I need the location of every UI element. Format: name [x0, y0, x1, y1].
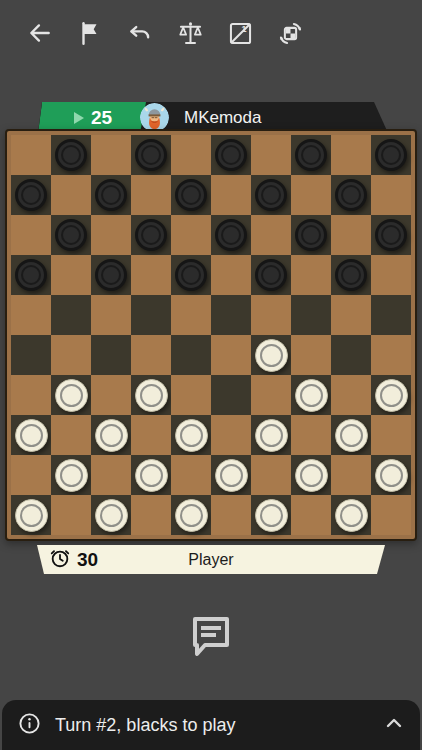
square-13[interactable]: [211, 215, 251, 255]
black-piece[interactable]: [135, 219, 167, 251]
square-38[interactable]: [171, 415, 211, 455]
white-piece[interactable]: [15, 419, 48, 452]
square-19[interactable]: [251, 255, 291, 295]
square-light-r5c9: [331, 295, 371, 335]
square-light-r4c2: [51, 255, 91, 295]
square-6[interactable]: [11, 175, 51, 215]
square-light-r1c3: [91, 135, 131, 175]
square-43[interactable]: [211, 455, 251, 495]
square-light-r2c8: [291, 175, 331, 215]
square-39[interactable]: [251, 415, 291, 455]
white-piece[interactable]: [255, 499, 288, 532]
square-32[interactable]: [131, 375, 171, 415]
square-light-r8c10: [371, 415, 411, 455]
numbers-off-icon: 1: [227, 20, 254, 47]
black-piece[interactable]: [375, 219, 407, 251]
square-1[interactable]: [51, 135, 91, 175]
square-17[interactable]: [91, 255, 131, 295]
square-light-r1c5: [171, 135, 211, 175]
square-light-r2c4: [131, 175, 171, 215]
white-piece[interactable]: [15, 499, 48, 532]
black-piece[interactable]: [135, 139, 167, 171]
white-piece[interactable]: [135, 459, 168, 492]
square-42[interactable]: [131, 455, 171, 495]
square-light-r6c2: [51, 335, 91, 375]
square-23[interactable]: [211, 295, 251, 335]
square-21[interactable]: [51, 295, 91, 335]
black-piece[interactable]: [55, 219, 87, 251]
square-29[interactable]: [251, 335, 291, 375]
opponent-name: MKemoda: [184, 108, 261, 128]
white-piece[interactable]: [95, 499, 128, 532]
square-light-r6c4: [131, 335, 171, 375]
white-piece[interactable]: [295, 379, 328, 412]
white-piece[interactable]: [55, 379, 88, 412]
black-piece[interactable]: [15, 259, 47, 291]
square-light-r1c1: [11, 135, 51, 175]
white-piece[interactable]: [255, 339, 288, 372]
flag-icon: [77, 20, 103, 46]
undo-icon: [127, 20, 153, 46]
square-light-r3c9: [331, 215, 371, 255]
back-button[interactable]: [20, 13, 60, 53]
rotate-board-icon: [277, 20, 304, 47]
square-22[interactable]: [131, 295, 171, 335]
square-light-r9c1: [11, 455, 51, 495]
square-light-r7c3: [91, 375, 131, 415]
black-piece[interactable]: [215, 219, 247, 251]
square-light-r2c10: [371, 175, 411, 215]
black-piece[interactable]: [255, 259, 287, 291]
square-light-r9c9: [331, 455, 371, 495]
square-44[interactable]: [291, 455, 331, 495]
square-24[interactable]: [291, 295, 331, 335]
square-light-r6c6: [211, 335, 251, 375]
square-15[interactable]: [371, 215, 411, 255]
square-light-r8c4: [131, 415, 171, 455]
black-piece[interactable]: [55, 139, 87, 171]
square-light-r8c8: [291, 415, 331, 455]
square-3[interactable]: [211, 135, 251, 175]
status-text: Turn #2, blacks to play: [55, 715, 370, 736]
white-piece[interactable]: [215, 459, 248, 492]
player-bar: 30 Player: [37, 545, 385, 574]
square-light-r7c7: [251, 375, 291, 415]
chevron-up-icon[interactable]: [384, 716, 404, 734]
square-25[interactable]: [371, 295, 411, 335]
black-piece[interactable]: [175, 179, 207, 211]
square-48[interactable]: [171, 495, 211, 535]
square-14[interactable]: [291, 215, 331, 255]
white-piece[interactable]: [335, 499, 368, 532]
square-light-r5c5: [171, 295, 211, 335]
black-piece[interactable]: [95, 179, 127, 211]
white-piece[interactable]: [135, 379, 168, 412]
black-piece[interactable]: [15, 179, 47, 211]
square-16[interactable]: [11, 255, 51, 295]
square-light-r6c8: [291, 335, 331, 375]
square-4[interactable]: [291, 135, 331, 175]
info-icon: [18, 712, 41, 739]
square-36[interactable]: [11, 415, 51, 455]
square-18[interactable]: [171, 255, 211, 295]
scales-icon: [177, 20, 204, 47]
square-27[interactable]: [91, 335, 131, 375]
square-20[interactable]: [331, 255, 371, 295]
toggle-numbers-button[interactable]: 1: [220, 13, 260, 53]
square-light-r10c2: [51, 495, 91, 535]
player-name: Player: [37, 551, 385, 569]
top-toolbar: 1: [20, 12, 310, 54]
square-31[interactable]: [51, 375, 91, 415]
square-light-r3c5: [171, 215, 211, 255]
square-light-r9c5: [171, 455, 211, 495]
square-light-r5c7: [251, 295, 291, 335]
black-piece[interactable]: [295, 219, 327, 251]
white-piece[interactable]: [255, 419, 288, 452]
square-41[interactable]: [51, 455, 91, 495]
square-light-r10c4: [131, 495, 171, 535]
square-26[interactable]: [11, 335, 51, 375]
svg-text:1: 1: [241, 24, 246, 34]
square-11[interactable]: [51, 215, 91, 255]
black-piece[interactable]: [175, 259, 207, 291]
square-light-r2c2: [51, 175, 91, 215]
square-5[interactable]: [371, 135, 411, 175]
square-light-r9c7: [251, 455, 291, 495]
square-light-r8c2: [51, 415, 91, 455]
square-35[interactable]: [371, 375, 411, 415]
opponent-avatar[interactable]: [140, 103, 169, 132]
black-piece[interactable]: [255, 179, 287, 211]
square-34[interactable]: [291, 375, 331, 415]
square-light-r7c1: [11, 375, 51, 415]
square-light-r8c6: [211, 415, 251, 455]
square-12[interactable]: [131, 215, 171, 255]
checkers-board: [5, 129, 417, 541]
black-piece[interactable]: [335, 259, 367, 291]
offer-draw-button[interactable]: [170, 13, 210, 53]
square-50[interactable]: [331, 495, 371, 535]
board-grid: [11, 135, 411, 535]
square-2[interactable]: [131, 135, 171, 175]
black-piece[interactable]: [335, 179, 367, 211]
square-28[interactable]: [171, 335, 211, 375]
white-piece[interactable]: [95, 419, 128, 452]
black-piece[interactable]: [295, 139, 327, 171]
chat-bubble-icon: [187, 647, 235, 662]
square-9[interactable]: [251, 175, 291, 215]
black-piece[interactable]: [215, 139, 247, 171]
square-light-r9c3: [91, 455, 131, 495]
back-arrow-icon: [27, 20, 53, 46]
viking-avatar-image: [140, 103, 169, 132]
opponent-timer: 25: [91, 107, 112, 129]
white-piece[interactable]: [375, 379, 408, 412]
square-light-r10c8: [291, 495, 331, 535]
square-30[interactable]: [331, 335, 371, 375]
square-light-r5c3: [91, 295, 131, 335]
chat-button[interactable]: [186, 611, 236, 661]
square-light-r4c4: [131, 255, 171, 295]
undo-button[interactable]: [120, 13, 160, 53]
black-piece[interactable]: [375, 139, 407, 171]
square-light-r7c9: [331, 375, 371, 415]
white-piece[interactable]: [295, 459, 328, 492]
white-piece[interactable]: [375, 459, 408, 492]
square-8[interactable]: [171, 175, 211, 215]
status-bar[interactable]: Turn #2, blacks to play: [2, 700, 420, 750]
square-light-r3c7: [251, 215, 291, 255]
square-light-r4c6: [211, 255, 251, 295]
square-33[interactable]: [211, 375, 251, 415]
white-piece[interactable]: [335, 419, 368, 452]
white-piece[interactable]: [55, 459, 88, 492]
square-40[interactable]: [331, 415, 371, 455]
square-37[interactable]: [91, 415, 131, 455]
square-light-r10c10: [371, 495, 411, 535]
square-7[interactable]: [91, 175, 131, 215]
square-46[interactable]: [11, 495, 51, 535]
rotate-board-button[interactable]: [270, 13, 310, 53]
square-light-r1c9: [331, 135, 371, 175]
square-10[interactable]: [331, 175, 371, 215]
square-49[interactable]: [251, 495, 291, 535]
black-piece[interactable]: [95, 259, 127, 291]
turn-play-icon: [74, 112, 84, 124]
square-light-r1c7: [251, 135, 291, 175]
square-light-r4c8: [291, 255, 331, 295]
white-piece[interactable]: [175, 419, 208, 452]
square-light-r10c6: [211, 495, 251, 535]
white-piece[interactable]: [175, 499, 208, 532]
square-47[interactable]: [91, 495, 131, 535]
square-45[interactable]: [371, 455, 411, 495]
square-light-r7c5: [171, 375, 211, 415]
square-light-r6c10: [371, 335, 411, 375]
square-light-r4c10: [371, 255, 411, 295]
square-light-r3c3: [91, 215, 131, 255]
square-light-r2c6: [211, 175, 251, 215]
square-light-r5c1: [11, 295, 51, 335]
square-light-r3c1: [11, 215, 51, 255]
resign-button[interactable]: [70, 13, 110, 53]
